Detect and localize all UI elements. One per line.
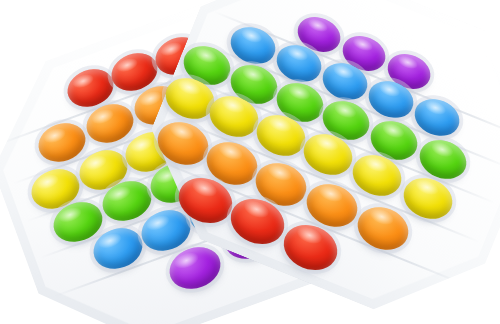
bubble-back-orange-r1c0[interactable] [33,116,91,167]
photo-stage [0,0,500,324]
bubble-front-blue-r1c4[interactable] [409,92,465,142]
bubble-front-orange-r4c4[interactable] [351,199,415,256]
front-pop-it-board [0,0,500,324]
